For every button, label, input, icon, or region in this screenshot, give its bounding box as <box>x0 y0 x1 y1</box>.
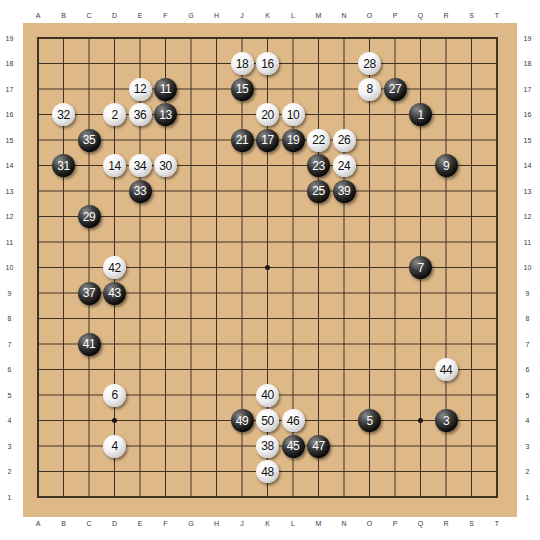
column-label: K <box>255 517 281 530</box>
stone-34: 34 <box>129 154 152 177</box>
stone-22: 22 <box>307 129 330 152</box>
column-label: P <box>382 517 408 530</box>
stone-43: 43 <box>103 282 126 305</box>
stone-20: 20 <box>256 103 279 126</box>
stone-33: 33 <box>129 180 152 203</box>
row-label: 19 <box>520 25 535 51</box>
row-label: 2 <box>520 459 535 485</box>
column-label: A <box>25 517 51 530</box>
column-label: D <box>102 517 128 530</box>
column-label: B <box>51 517 77 530</box>
row-label: 10 <box>520 255 535 281</box>
row-labels-right: 19181716151413121110987654321 <box>520 25 535 510</box>
row-label: 15 <box>520 127 535 153</box>
column-label: M <box>306 9 332 22</box>
stone-28: 28 <box>358 52 381 75</box>
row-label: 14 <box>2 153 17 179</box>
stone-11: 11 <box>154 78 177 101</box>
column-labels-top: ABCDEFGHJKLMNOPQRST <box>25 9 510 22</box>
stone-39: 39 <box>333 180 356 203</box>
stones-layer: 1234567891011121314151617181920212223242… <box>25 25 510 510</box>
column-label: C <box>76 9 102 22</box>
stone-2: 2 <box>103 103 126 126</box>
stone-16: 16 <box>256 52 279 75</box>
stone-13: 13 <box>154 103 177 126</box>
star-point <box>112 418 117 423</box>
row-label: 8 <box>520 306 535 332</box>
row-label: 19 <box>2 25 17 51</box>
row-label: 10 <box>2 255 17 281</box>
stone-1: 1 <box>409 103 432 126</box>
stone-10: 10 <box>282 103 305 126</box>
column-label: R <box>433 9 459 22</box>
stone-3: 3 <box>435 409 458 432</box>
stone-19: 19 <box>282 129 305 152</box>
row-label: 1 <box>2 484 17 510</box>
column-label: J <box>229 9 255 22</box>
stone-40: 40 <box>256 384 279 407</box>
stone-6: 6 <box>103 384 126 407</box>
row-labels-left: 19181716151413121110987654321 <box>2 25 17 510</box>
stone-14: 14 <box>103 154 126 177</box>
stone-5: 5 <box>358 409 381 432</box>
row-label: 13 <box>520 178 535 204</box>
star-point <box>418 418 423 423</box>
column-label: H <box>204 517 230 530</box>
column-label: K <box>255 9 281 22</box>
column-label: Q <box>408 517 434 530</box>
row-label: 6 <box>520 357 535 383</box>
row-label: 16 <box>2 102 17 128</box>
stone-24: 24 <box>333 154 356 177</box>
row-label: 2 <box>2 459 17 485</box>
column-labels-bottom: ABCDEFGHJKLMNOPQRST <box>25 517 510 530</box>
stone-18: 18 <box>231 52 254 75</box>
column-label: S <box>459 9 485 22</box>
column-label: E <box>127 9 153 22</box>
stone-50: 50 <box>256 409 279 432</box>
column-label: Q <box>408 9 434 22</box>
stone-9: 9 <box>435 154 458 177</box>
stone-26: 26 <box>333 129 356 152</box>
row-label: 12 <box>520 204 535 230</box>
column-label: L <box>280 9 306 22</box>
row-label: 14 <box>520 153 535 179</box>
row-label: 4 <box>2 408 17 434</box>
column-label: B <box>51 9 77 22</box>
column-label: T <box>484 9 510 22</box>
row-label: 9 <box>2 280 17 306</box>
stone-25: 25 <box>307 180 330 203</box>
stone-23: 23 <box>307 154 330 177</box>
stone-12: 12 <box>129 78 152 101</box>
row-label: 12 <box>2 204 17 230</box>
column-label: F <box>153 517 179 530</box>
star-point <box>265 265 270 270</box>
stone-37: 37 <box>78 282 101 305</box>
row-label: 9 <box>520 280 535 306</box>
column-label: D <box>102 9 128 22</box>
stone-7: 7 <box>409 256 432 279</box>
stone-30: 30 <box>154 154 177 177</box>
row-label: 17 <box>2 76 17 102</box>
column-label: M <box>306 517 332 530</box>
row-label: 16 <box>520 102 535 128</box>
column-label: H <box>204 9 230 22</box>
row-label: 7 <box>2 331 17 357</box>
row-label: 18 <box>520 51 535 77</box>
stone-4: 4 <box>103 435 126 458</box>
column-label: C <box>76 517 102 530</box>
go-diagram-page: ABCDEFGHJKLMNOPQRST ABCDEFGHJKLMNOPQRST … <box>0 0 540 540</box>
row-label: 8 <box>2 306 17 332</box>
row-label: 5 <box>2 382 17 408</box>
row-label: 3 <box>520 433 535 459</box>
column-label: O <box>357 9 383 22</box>
stone-35: 35 <box>78 129 101 152</box>
column-label: A <box>25 9 51 22</box>
row-label: 15 <box>2 127 17 153</box>
column-label: T <box>484 517 510 530</box>
stone-27: 27 <box>384 78 407 101</box>
stone-46: 46 <box>282 409 305 432</box>
column-label: J <box>229 517 255 530</box>
row-label: 17 <box>520 76 535 102</box>
row-label: 4 <box>520 408 535 434</box>
go-board: 1234567891011121314151617181920212223242… <box>23 23 517 517</box>
row-label: 5 <box>520 382 535 408</box>
stone-38: 38 <box>256 435 279 458</box>
row-label: 6 <box>2 357 17 383</box>
stone-47: 47 <box>307 435 330 458</box>
stone-31: 31 <box>52 154 75 177</box>
stone-48: 48 <box>256 460 279 483</box>
column-label: E <box>127 517 153 530</box>
stone-36: 36 <box>129 103 152 126</box>
column-label: S <box>459 517 485 530</box>
row-label: 11 <box>520 229 535 255</box>
stone-8: 8 <box>358 78 381 101</box>
column-label: P <box>382 9 408 22</box>
column-label: G <box>178 517 204 530</box>
column-label: N <box>331 517 357 530</box>
stone-29: 29 <box>78 205 101 228</box>
column-label: F <box>153 9 179 22</box>
row-label: 13 <box>2 178 17 204</box>
stone-21: 21 <box>231 129 254 152</box>
stone-32: 32 <box>52 103 75 126</box>
row-label: 3 <box>2 433 17 459</box>
stone-15: 15 <box>231 78 254 101</box>
stone-44: 44 <box>435 358 458 381</box>
stone-49: 49 <box>231 409 254 432</box>
row-label: 1 <box>520 484 535 510</box>
column-label: O <box>357 517 383 530</box>
column-label: G <box>178 9 204 22</box>
column-label: R <box>433 517 459 530</box>
stone-45: 45 <box>282 435 305 458</box>
column-label: N <box>331 9 357 22</box>
stone-41: 41 <box>78 333 101 356</box>
row-label: 11 <box>2 229 17 255</box>
column-label: L <box>280 517 306 530</box>
row-label: 18 <box>2 51 17 77</box>
row-label: 7 <box>520 331 535 357</box>
stone-42: 42 <box>103 256 126 279</box>
stone-17: 17 <box>256 129 279 152</box>
